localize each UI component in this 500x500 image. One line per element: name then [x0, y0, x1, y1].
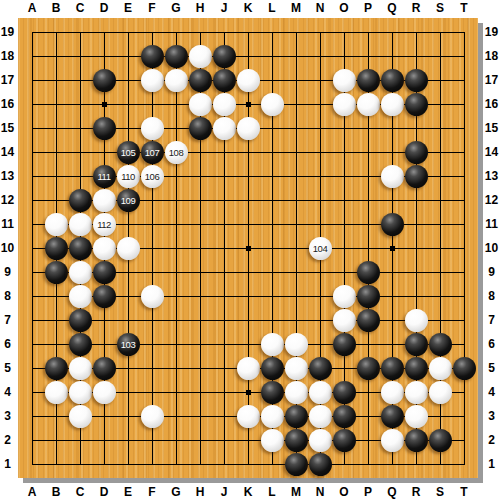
- white-stone-G14: 108: [165, 141, 188, 164]
- col-label-top-D: D: [92, 1, 116, 15]
- col-label-bottom-C: C: [68, 485, 92, 499]
- white-stone-K3: [237, 405, 260, 428]
- white-stone-R7: [405, 309, 428, 332]
- col-label-bottom-N: N: [308, 485, 332, 499]
- col-label-bottom-G: G: [164, 485, 188, 499]
- move-number-110: 110: [117, 165, 140, 188]
- row-label-right-16: 16: [483, 96, 500, 112]
- row-label-right-17: 17: [483, 72, 500, 88]
- white-stone-C5: [69, 357, 92, 380]
- black-stone-D5: [93, 357, 116, 380]
- white-stone-D4: [93, 381, 116, 404]
- black-stone-R13: [405, 165, 428, 188]
- row-label-right-10: 10: [483, 240, 500, 256]
- row-label-right-8: 8: [483, 288, 500, 304]
- white-stone-L3: [261, 405, 284, 428]
- white-stone-O16: [333, 93, 356, 116]
- white-stone-Q13: [381, 165, 404, 188]
- white-stone-H16: [189, 93, 212, 116]
- white-stone-D12: [93, 189, 116, 212]
- row-label-right-13: 13: [483, 168, 500, 184]
- white-stone-C4: [69, 381, 92, 404]
- row-label-left-3: 3: [0, 408, 15, 424]
- move-number-103: 103: [117, 333, 140, 356]
- col-label-bottom-P: P: [356, 485, 380, 499]
- move-number-106: 106: [141, 165, 164, 188]
- white-stone-C11: [69, 213, 92, 236]
- row-label-left-5: 5: [0, 360, 15, 376]
- white-stone-L6: [261, 333, 284, 356]
- white-stone-C8: [69, 285, 92, 308]
- col-label-top-C: C: [68, 1, 92, 15]
- row-label-left-10: 10: [0, 240, 15, 256]
- black-stone-P7: [357, 309, 380, 332]
- white-stone-E13: 110: [117, 165, 140, 188]
- star-point-Q10: [390, 246, 395, 251]
- black-stone-J17: [213, 69, 236, 92]
- row-label-right-12: 12: [483, 192, 500, 208]
- col-label-bottom-F: F: [140, 485, 164, 499]
- grid-line-horizontal-7: [32, 320, 465, 321]
- col-label-top-M: M: [284, 1, 308, 15]
- black-stone-Q17: [381, 69, 404, 92]
- black-stone-P9: [357, 261, 380, 284]
- col-label-bottom-S: S: [428, 485, 452, 499]
- col-label-top-O: O: [332, 1, 356, 15]
- black-stone-T5: [453, 357, 476, 380]
- black-stone-B9: [45, 261, 68, 284]
- black-stone-Q3: [381, 405, 404, 428]
- row-label-left-14: 14: [0, 144, 15, 160]
- black-stone-D9: [93, 261, 116, 284]
- grid-line-horizontal-1: [32, 464, 465, 465]
- row-label-left-4: 4: [0, 384, 15, 400]
- black-stone-O3: [333, 405, 356, 428]
- white-stone-G17: [165, 69, 188, 92]
- col-label-bottom-Q: Q: [380, 485, 404, 499]
- black-stone-E14: 105: [117, 141, 140, 164]
- black-stone-H17: [189, 69, 212, 92]
- black-stone-P8: [357, 285, 380, 308]
- black-stone-O4: [333, 381, 356, 404]
- white-stone-N2: [309, 429, 332, 452]
- col-label-bottom-L: L: [260, 485, 284, 499]
- white-stone-F15: [141, 117, 164, 140]
- col-label-bottom-E: E: [116, 485, 140, 499]
- white-stone-L2: [261, 429, 284, 452]
- move-number-112: 112: [93, 213, 116, 236]
- black-stone-C12: [69, 189, 92, 212]
- row-label-right-2: 2: [483, 432, 500, 448]
- black-stone-P5: [357, 357, 380, 380]
- col-label-top-P: P: [356, 1, 380, 15]
- col-label-top-R: R: [404, 1, 428, 15]
- white-stone-M5: [285, 357, 308, 380]
- row-label-left-11: 11: [0, 216, 15, 232]
- white-stone-N4: [309, 381, 332, 404]
- row-label-right-1: 1: [483, 456, 500, 472]
- move-number-105: 105: [117, 141, 140, 164]
- col-label-bottom-J: J: [212, 485, 236, 499]
- white-stone-L16: [261, 93, 284, 116]
- black-stone-C7: [69, 309, 92, 332]
- go-diagram-page: ABCDEFGHJKLMNOPQRST ABCDEFGHJKLMNOPQRST …: [0, 0, 500, 500]
- move-number-108: 108: [165, 141, 188, 164]
- white-stone-F17: [141, 69, 164, 92]
- white-stone-C3: [69, 405, 92, 428]
- black-stone-J18: [213, 45, 236, 68]
- black-stone-G18: [165, 45, 188, 68]
- white-stone-E10: [117, 237, 140, 260]
- row-label-left-18: 18: [0, 48, 15, 64]
- white-stone-B11: [45, 213, 68, 236]
- col-label-bottom-T: T: [452, 485, 476, 499]
- white-stone-R3: [405, 405, 428, 428]
- row-label-right-18: 18: [483, 48, 500, 64]
- row-label-right-19: 19: [483, 24, 500, 40]
- row-label-left-8: 8: [0, 288, 15, 304]
- black-stone-C10: [69, 237, 92, 260]
- grid-line-horizontal-6: [32, 344, 465, 345]
- row-label-right-3: 3: [483, 408, 500, 424]
- col-label-top-J: J: [212, 1, 236, 15]
- row-label-right-4: 4: [483, 384, 500, 400]
- black-stone-Q5: [381, 357, 404, 380]
- black-stone-R14: [405, 141, 428, 164]
- white-stone-K15: [237, 117, 260, 140]
- black-stone-H15: [189, 117, 212, 140]
- white-stone-Q4: [381, 381, 404, 404]
- row-label-left-19: 19: [0, 24, 15, 40]
- col-label-top-A: A: [20, 1, 44, 15]
- row-label-right-6: 6: [483, 336, 500, 352]
- row-label-left-15: 15: [0, 120, 15, 136]
- white-stone-F13: 106: [141, 165, 164, 188]
- white-stone-K5: [237, 357, 260, 380]
- col-label-top-B: B: [44, 1, 68, 15]
- row-label-left-17: 17: [0, 72, 15, 88]
- col-label-bottom-A: A: [20, 485, 44, 499]
- col-label-top-L: L: [260, 1, 284, 15]
- black-stone-N5: [309, 357, 332, 380]
- black-stone-Q11: [381, 213, 404, 236]
- row-label-right-14: 14: [483, 144, 500, 160]
- black-stone-E12: 109: [117, 189, 140, 212]
- black-stone-E6: 103: [117, 333, 140, 356]
- col-label-top-N: N: [308, 1, 332, 15]
- row-label-left-6: 6: [0, 336, 15, 352]
- white-stone-H18: [189, 45, 212, 68]
- white-stone-O8: [333, 285, 356, 308]
- star-point-D16: [102, 102, 107, 107]
- black-stone-C6: [69, 333, 92, 356]
- row-label-left-12: 12: [0, 192, 15, 208]
- row-label-right-9: 9: [483, 264, 500, 280]
- col-label-top-E: E: [116, 1, 140, 15]
- star-point-K10: [246, 246, 251, 251]
- col-label-top-F: F: [140, 1, 164, 15]
- black-stone-M2: [285, 429, 308, 452]
- black-stone-D13: 111: [93, 165, 116, 188]
- col-label-top-H: H: [188, 1, 212, 15]
- black-stone-L5: [261, 357, 284, 380]
- black-stone-M3: [285, 405, 308, 428]
- row-label-left-1: 1: [0, 456, 15, 472]
- black-stone-L4: [261, 381, 284, 404]
- white-stone-B4: [45, 381, 68, 404]
- row-label-right-11: 11: [483, 216, 500, 232]
- black-stone-R6: [405, 333, 428, 356]
- white-stone-N3: [309, 405, 332, 428]
- row-label-left-13: 13: [0, 168, 15, 184]
- move-number-107: 107: [141, 141, 164, 164]
- col-label-top-S: S: [428, 1, 452, 15]
- row-label-right-5: 5: [483, 360, 500, 376]
- white-stone-O7: [333, 309, 356, 332]
- black-stone-D15: [93, 117, 116, 140]
- black-stone-R16: [405, 93, 428, 116]
- black-stone-B10: [45, 237, 68, 260]
- black-stone-O6: [333, 333, 356, 356]
- move-number-111: 111: [93, 165, 116, 188]
- grid-line-vertical-T: [464, 32, 465, 465]
- star-point-K16: [246, 102, 251, 107]
- white-stone-R4: [405, 381, 428, 404]
- white-stone-O17: [333, 69, 356, 92]
- row-label-left-9: 9: [0, 264, 15, 280]
- white-stone-S5: [429, 357, 452, 380]
- white-stone-F8: [141, 285, 164, 308]
- col-label-bottom-H: H: [188, 485, 212, 499]
- black-stone-D17: [93, 69, 116, 92]
- col-label-bottom-K: K: [236, 485, 260, 499]
- white-stone-J15: [213, 117, 236, 140]
- go-board[interactable]: 105107108111110106109112104103: [18, 18, 478, 478]
- black-stone-N1: [309, 453, 332, 476]
- white-stone-S4: [429, 381, 452, 404]
- white-stone-M4: [285, 381, 308, 404]
- row-label-left-7: 7: [0, 312, 15, 328]
- black-stone-B5: [45, 357, 68, 380]
- white-stone-J16: [213, 93, 236, 116]
- black-stone-S2: [429, 429, 452, 452]
- black-stone-R17: [405, 69, 428, 92]
- col-label-bottom-B: B: [44, 485, 68, 499]
- black-stone-F14: 107: [141, 141, 164, 164]
- white-stone-D11: 112: [93, 213, 116, 236]
- white-stone-F3: [141, 405, 164, 428]
- black-stone-R5: [405, 357, 428, 380]
- row-label-right-15: 15: [483, 120, 500, 136]
- black-stone-R2: [405, 429, 428, 452]
- col-label-top-Q: Q: [380, 1, 404, 15]
- col-label-top-T: T: [452, 1, 476, 15]
- black-stone-P17: [357, 69, 380, 92]
- col-label-top-K: K: [236, 1, 260, 15]
- black-stone-D8: [93, 285, 116, 308]
- black-stone-F18: [141, 45, 164, 68]
- col-label-bottom-R: R: [404, 485, 428, 499]
- black-stone-S6: [429, 333, 452, 356]
- move-number-104: 104: [309, 237, 332, 260]
- col-label-top-G: G: [164, 1, 188, 15]
- white-stone-N10: 104: [309, 237, 332, 260]
- row-label-right-7: 7: [483, 312, 500, 328]
- col-label-bottom-O: O: [332, 485, 356, 499]
- black-stone-M1: [285, 453, 308, 476]
- star-point-K4: [246, 390, 251, 395]
- white-stone-M6: [285, 333, 308, 356]
- white-stone-K17: [237, 69, 260, 92]
- row-label-left-2: 2: [0, 432, 15, 448]
- white-stone-D10: [93, 237, 116, 260]
- white-stone-P16: [357, 93, 380, 116]
- white-stone-C9: [69, 261, 92, 284]
- black-stone-O2: [333, 429, 356, 452]
- col-label-bottom-D: D: [92, 485, 116, 499]
- col-label-bottom-M: M: [284, 485, 308, 499]
- white-stone-Q16: [381, 93, 404, 116]
- row-label-left-16: 16: [0, 96, 15, 112]
- move-number-109: 109: [117, 189, 140, 212]
- white-stone-Q2: [381, 429, 404, 452]
